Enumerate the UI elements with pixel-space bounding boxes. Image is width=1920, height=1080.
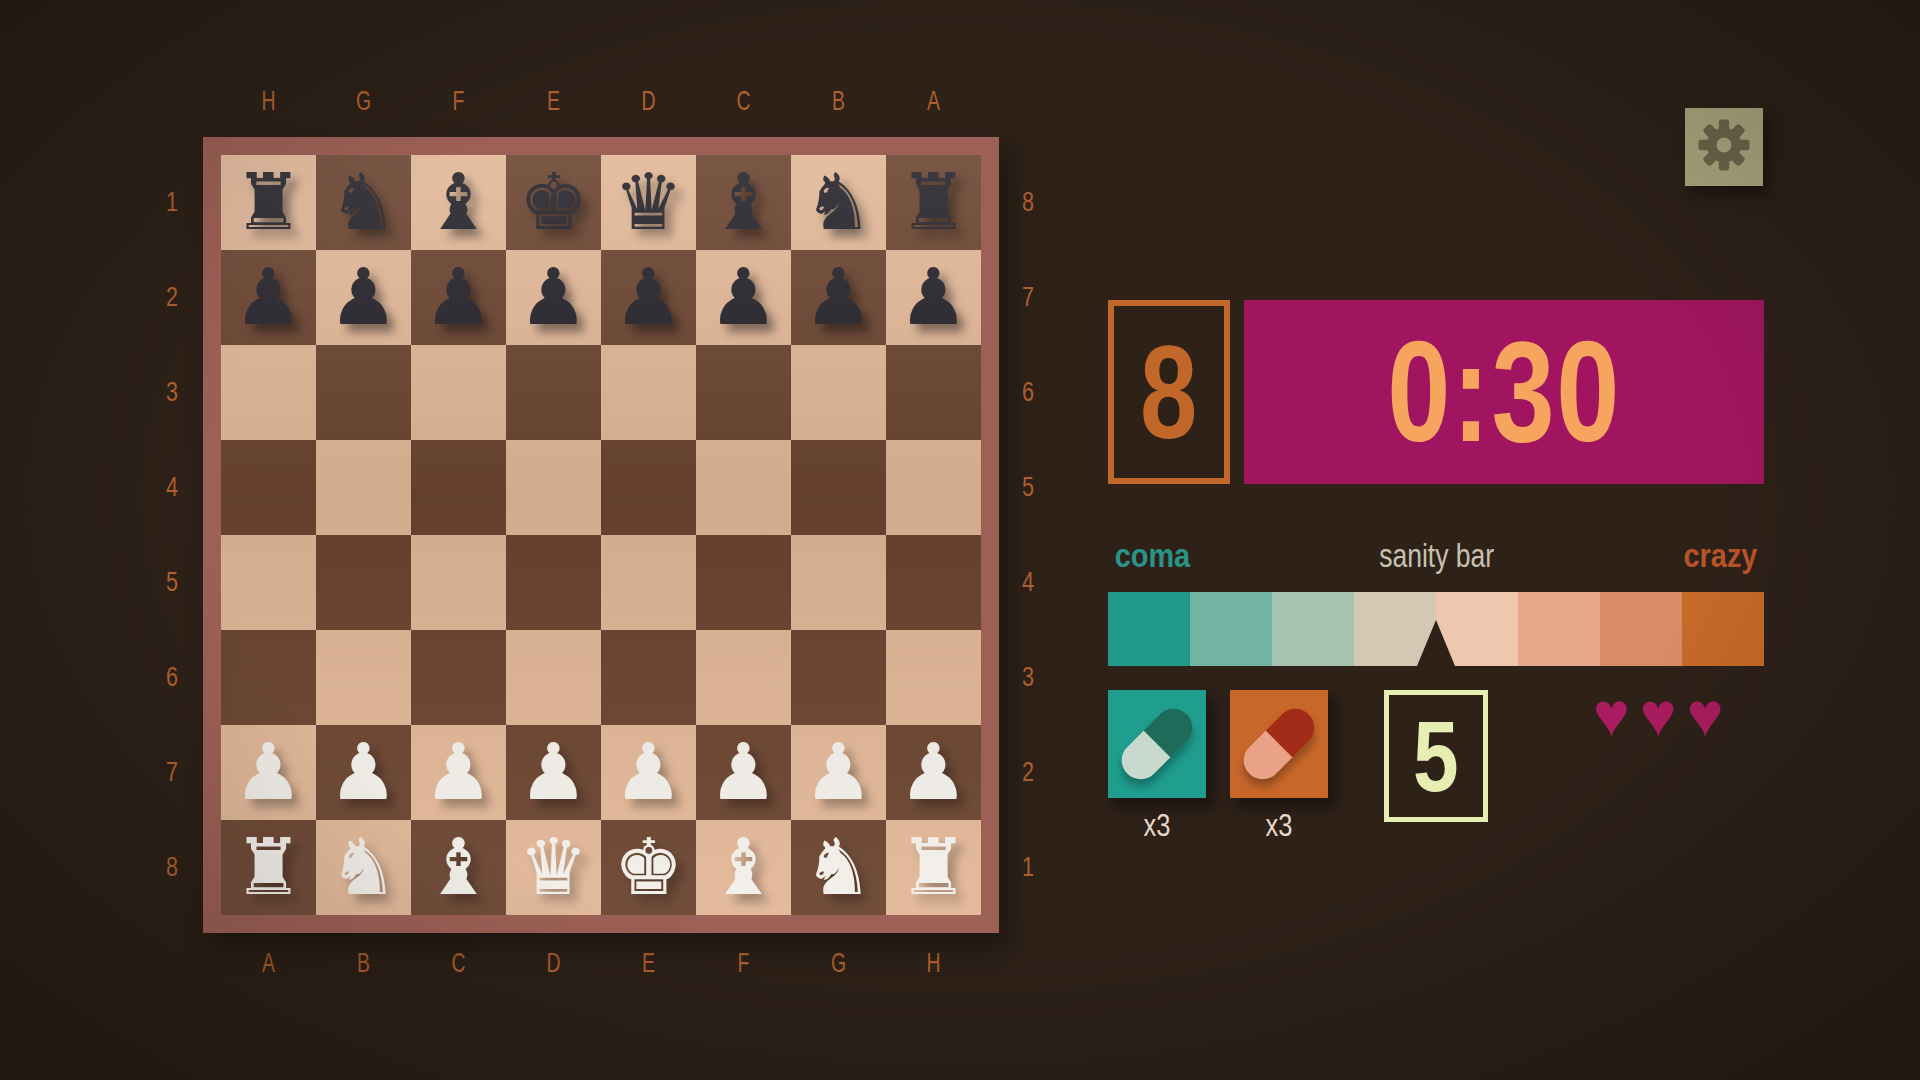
square[interactable]: ♟ [221, 725, 316, 820]
piece-bP[interactable]: ♟ [601, 250, 696, 345]
piece-bP[interactable]: ♟ [316, 250, 411, 345]
file-label: G [329, 85, 397, 121]
square[interactable]: ♝ [696, 820, 791, 915]
square[interactable] [791, 630, 886, 725]
counter-value: 5 [1413, 699, 1459, 814]
rank-label: 2 [1010, 723, 1045, 823]
teal-pill-icon [1114, 701, 1200, 787]
teal-pill-count: x3 [1117, 808, 1197, 844]
teal-pill-item: x3 [1108, 690, 1206, 844]
square[interactable] [696, 440, 791, 535]
square[interactable]: ♟ [506, 250, 601, 345]
file-label: A [234, 947, 302, 983]
square[interactable] [221, 440, 316, 535]
square[interactable]: ♜ [886, 820, 981, 915]
piece-bP[interactable]: ♟ [506, 250, 601, 345]
square[interactable]: ♟ [791, 725, 886, 820]
file-label: D [614, 85, 682, 121]
file-labels-bottom: ABCDEFGH [203, 948, 999, 982]
square[interactable] [601, 440, 696, 535]
square[interactable] [696, 345, 791, 440]
square[interactable]: ♟ [886, 725, 981, 820]
rank-label: 8 [1010, 153, 1045, 253]
sanity-bar [1108, 592, 1764, 666]
square[interactable] [791, 440, 886, 535]
file-label: B [804, 85, 872, 121]
piece-wP[interactable]: ♟ [316, 725, 411, 820]
sanity-label-title: sanity bar [1379, 536, 1494, 575]
square[interactable]: ♜ [886, 155, 981, 250]
rank-label: 2 [154, 248, 189, 348]
square[interactable] [601, 535, 696, 630]
square[interactable]: ♟ [316, 250, 411, 345]
piece-wP[interactable]: ♟ [601, 725, 696, 820]
piece-bP[interactable]: ♟ [696, 250, 791, 345]
sanity-label-coma: coma [1115, 536, 1191, 575]
piece-wP[interactable]: ♟ [221, 725, 316, 820]
square[interactable] [411, 345, 506, 440]
piece-wR[interactable]: ♜ [886, 820, 981, 915]
square[interactable] [696, 630, 791, 725]
piece-bB[interactable]: ♝ [696, 155, 791, 250]
timer-value: 0:30 [1387, 310, 1621, 474]
square[interactable] [411, 535, 506, 630]
piece-wP[interactable]: ♟ [411, 725, 506, 820]
file-label: D [519, 947, 587, 983]
rank-label: 5 [1010, 438, 1045, 538]
square[interactable] [886, 440, 981, 535]
piece-bP[interactable]: ♟ [791, 250, 886, 345]
piece-wN[interactable]: ♞ [316, 820, 411, 915]
square[interactable] [601, 630, 696, 725]
square[interactable]: ♝ [411, 155, 506, 250]
sanity-segment-1 [1108, 592, 1190, 666]
square[interactable]: ♜ [221, 155, 316, 250]
square[interactable] [316, 535, 411, 630]
rank-label: 6 [154, 628, 189, 728]
square[interactable]: ♟ [316, 725, 411, 820]
square[interactable]: ♚ [506, 155, 601, 250]
square[interactable]: ♟ [696, 725, 791, 820]
orange-pill-count: x3 [1239, 808, 1319, 844]
square[interactable] [886, 345, 981, 440]
square[interactable]: ♞ [791, 155, 886, 250]
piece-wR[interactable]: ♜ [221, 820, 316, 915]
sanity-marker [1417, 620, 1455, 666]
square[interactable]: ♟ [506, 725, 601, 820]
piece-wB[interactable]: ♝ [411, 820, 506, 915]
piece-wB[interactable]: ♝ [696, 820, 791, 915]
rank-label: 4 [1010, 533, 1045, 633]
square[interactable]: ♚ [601, 820, 696, 915]
sanity-segment-2 [1190, 592, 1272, 666]
piece-wP[interactable]: ♟ [791, 725, 886, 820]
square[interactable] [506, 630, 601, 725]
square[interactable]: ♝ [411, 820, 506, 915]
square[interactable] [791, 345, 886, 440]
rank-label: 5 [154, 533, 189, 633]
square[interactable]: ♞ [316, 820, 411, 915]
square[interactable] [411, 630, 506, 725]
square[interactable] [601, 345, 696, 440]
square[interactable] [221, 630, 316, 725]
rank-label: 3 [1010, 628, 1045, 728]
square[interactable] [411, 440, 506, 535]
piece-bP[interactable]: ♟ [221, 250, 316, 345]
piece-bN[interactable]: ♞ [791, 155, 886, 250]
rank-label: 1 [154, 153, 189, 253]
board-grid: ♜♞♝♚♛♝♞♜♟♟♟♟♟♟♟♟♟♟♟♟♟♟♟♟♜♞♝♛♚♝♞♜ [221, 155, 981, 915]
piece-wP[interactable]: ♟ [886, 725, 981, 820]
chess-board: ♜♞♝♚♛♝♞♜♟♟♟♟♟♟♟♟♟♟♟♟♟♟♟♟♜♞♝♛♚♝♞♜ [203, 137, 999, 933]
rank-labels-left: 12345678 [150, 137, 194, 933]
piece-bB[interactable]: ♝ [411, 155, 506, 250]
rank-label: 7 [154, 723, 189, 823]
file-label: F [709, 947, 777, 983]
orange-pill-icon [1236, 701, 1322, 787]
file-labels-top: HGFEDCBA [203, 86, 999, 120]
piece-wP[interactable]: ♟ [696, 725, 791, 820]
sanity-segment-3 [1272, 592, 1354, 666]
counter-box: 5 [1384, 690, 1488, 822]
piece-wN[interactable]: ♞ [791, 820, 886, 915]
score-value: 8 [1140, 317, 1197, 468]
square[interactable]: ♞ [791, 820, 886, 915]
square[interactable] [316, 345, 411, 440]
heart-icon: ♥ [1687, 684, 1724, 746]
rank-label: 4 [154, 438, 189, 538]
square[interactable]: ♟ [696, 250, 791, 345]
sanity-segment-8 [1682, 592, 1764, 666]
square[interactable] [696, 535, 791, 630]
square[interactable] [886, 535, 981, 630]
square[interactable]: ♛ [506, 820, 601, 915]
file-label: C [709, 85, 777, 121]
square[interactable]: ♞ [316, 155, 411, 250]
orange-pill-item: x3 [1230, 690, 1328, 844]
square[interactable] [886, 630, 981, 725]
square[interactable] [221, 535, 316, 630]
file-label: C [424, 947, 492, 983]
game-screen: HGFEDCBA ABCDEFGH 12345678 87654321 ♜♞♝♚… [0, 0, 1920, 1080]
sanity-segment-7 [1600, 592, 1682, 666]
rank-label: 7 [1010, 248, 1045, 348]
lives-hearts: ♥♥♥ [1593, 680, 1723, 750]
rank-label: 6 [1010, 343, 1045, 443]
piece-bK[interactable]: ♚ [506, 155, 601, 250]
file-label: H [899, 947, 967, 983]
piece-bN[interactable]: ♞ [316, 155, 411, 250]
square[interactable]: ♟ [411, 725, 506, 820]
square[interactable]: ♟ [411, 250, 506, 345]
rank-label: 3 [154, 343, 189, 443]
settings-button[interactable] [1685, 108, 1763, 186]
piece-wK[interactable]: ♚ [601, 820, 696, 915]
square[interactable]: ♛ [601, 155, 696, 250]
piece-wP[interactable]: ♟ [506, 725, 601, 820]
orange-pill-button[interactable] [1230, 690, 1328, 798]
square[interactable] [506, 535, 601, 630]
square[interactable]: ♟ [886, 250, 981, 345]
piece-bQ[interactable]: ♛ [601, 155, 696, 250]
square[interactable]: ♜ [221, 820, 316, 915]
score-box: 8 [1108, 300, 1230, 484]
piece-wQ[interactable]: ♛ [506, 820, 601, 915]
piece-bR[interactable]: ♜ [221, 155, 316, 250]
teal-pill-button[interactable] [1108, 690, 1206, 798]
file-label: F [424, 85, 492, 121]
rank-label: 8 [154, 818, 189, 918]
file-label: G [804, 947, 872, 983]
sanity-segment-6 [1518, 592, 1600, 666]
square[interactable] [221, 345, 316, 440]
sanity-label-crazy: crazy [1684, 536, 1758, 575]
square[interactable]: ♟ [791, 250, 886, 345]
file-label: E [614, 947, 682, 983]
square[interactable]: ♟ [601, 250, 696, 345]
piece-bR[interactable]: ♜ [886, 155, 981, 250]
rank-labels-right: 87654321 [1006, 137, 1050, 933]
square[interactable]: ♝ [696, 155, 791, 250]
square[interactable] [791, 535, 886, 630]
gear-icon [1695, 116, 1753, 178]
piece-bP[interactable]: ♟ [411, 250, 506, 345]
square[interactable] [506, 440, 601, 535]
square[interactable] [316, 630, 411, 725]
file-label: B [329, 947, 397, 983]
heart-icon: ♥ [1640, 684, 1677, 746]
sanity-labels: coma sanity bar crazy [1108, 534, 1764, 576]
file-label: E [519, 85, 587, 121]
heart-icon: ♥ [1593, 684, 1630, 746]
piece-bP[interactable]: ♟ [886, 250, 981, 345]
file-label: H [234, 85, 302, 121]
timer: 0:30 [1244, 300, 1764, 484]
square[interactable] [506, 345, 601, 440]
square[interactable] [316, 440, 411, 535]
file-label: A [899, 85, 967, 121]
rank-label: 1 [1010, 818, 1045, 918]
square[interactable]: ♟ [601, 725, 696, 820]
square[interactable]: ♟ [221, 250, 316, 345]
